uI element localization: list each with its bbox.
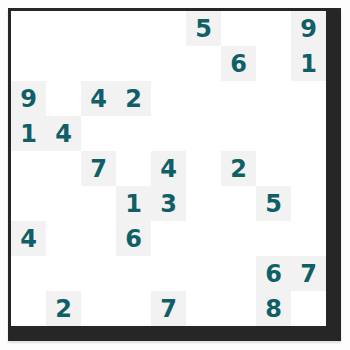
cell-r1c9[interactable]: 9 [291,11,326,47]
cell-r3c5[interactable] [151,81,187,119]
cell-r1c4[interactable] [116,11,152,47]
cell-r5c8[interactable] [256,151,292,187]
cell-r7c5[interactable] [151,221,187,257]
sudoku-page: 5961942147421354667278 [0,0,350,350]
cell-r7c2[interactable] [46,221,82,257]
cell-r6c3[interactable] [81,186,119,224]
cell-r5c9[interactable] [291,151,326,187]
cell-r2c6[interactable] [186,46,224,82]
cell-r9c1[interactable] [11,291,47,326]
cell-r5c6[interactable] [186,151,224,187]
cell-r4c4[interactable] [116,116,152,152]
cell-r4c5[interactable] [151,116,187,152]
cell-r3c1[interactable]: 9 [11,81,47,119]
cell-r2c3[interactable] [81,46,119,82]
cell-r6c4[interactable]: 1 [116,186,152,224]
cell-r7c9[interactable] [291,221,326,257]
cell-r7c8[interactable] [256,221,292,257]
sudoku-board: 5961942147421354667278 [8,8,341,341]
cell-r5c2[interactable] [46,151,82,187]
cell-r4c6[interactable] [186,116,224,152]
cell-r4c8[interactable] [256,116,292,152]
cell-r5c7[interactable]: 2 [221,151,257,187]
cell-r3c6[interactable] [186,81,224,119]
cell-r6c7[interactable] [221,186,257,224]
cell-r8c3[interactable] [81,256,119,292]
cell-r7c7[interactable] [221,221,257,257]
cell-r8c9[interactable]: 7 [291,256,326,292]
cell-r6c8[interactable]: 5 [256,186,292,224]
cell-r8c4[interactable] [116,256,152,292]
cell-r5c1[interactable] [11,151,47,187]
cell-r8c8[interactable]: 6 [256,256,292,292]
cell-r6c2[interactable] [46,186,82,224]
cell-r2c2[interactable] [46,46,82,82]
cell-r7c4[interactable]: 6 [116,221,152,257]
cell-r4c3[interactable] [81,116,119,152]
cell-r3c4[interactable]: 2 [116,81,152,119]
cell-r7c6[interactable] [186,221,224,257]
cell-r3c3[interactable]: 4 [81,81,119,119]
cell-r2c5[interactable] [151,46,187,82]
cell-r9c3[interactable] [81,291,119,326]
cell-r9c2[interactable]: 2 [46,291,82,326]
cell-r9c4[interactable] [116,291,152,326]
cell-r1c8[interactable] [256,11,292,47]
cell-r5c5[interactable]: 4 [151,151,187,187]
cell-r9c9[interactable] [291,291,326,326]
cell-r8c2[interactable] [46,256,82,292]
cell-r3c9[interactable] [291,81,326,119]
cell-r6c5[interactable]: 3 [151,186,187,224]
cell-r7c3[interactable] [81,221,119,257]
cell-r9c6[interactable] [186,291,224,326]
cell-r9c8[interactable]: 8 [256,291,292,326]
cell-r4c1[interactable]: 1 [11,116,47,152]
cell-r9c5[interactable]: 7 [151,291,187,326]
cell-r1c7[interactable] [221,11,257,47]
cell-r5c3[interactable]: 7 [81,151,119,187]
cell-r4c2[interactable]: 4 [46,116,82,152]
cell-r1c2[interactable] [46,11,82,47]
cell-r3c7[interactable] [221,81,257,119]
cell-r2c1[interactable] [11,46,47,82]
cell-r2c8[interactable] [256,46,292,82]
cell-r2c9[interactable]: 1 [291,46,326,82]
cell-r8c1[interactable] [11,256,47,292]
cell-r4c9[interactable] [291,116,326,152]
cell-r7c1[interactable]: 4 [11,221,47,257]
cell-r8c5[interactable] [151,256,187,292]
cell-r1c5[interactable] [151,11,187,47]
cell-r6c6[interactable] [186,186,224,224]
cell-r4c7[interactable] [221,116,257,152]
cell-r1c6[interactable]: 5 [186,11,224,47]
cell-r6c1[interactable] [11,186,47,224]
cell-r5c4[interactable] [116,151,152,187]
cell-r2c4[interactable] [116,46,152,82]
cell-r3c2[interactable] [46,81,82,119]
cell-r1c3[interactable] [81,11,119,47]
cell-r3c8[interactable] [256,81,292,119]
cell-r8c6[interactable] [186,256,224,292]
cell-r8c7[interactable] [221,256,257,292]
cell-r2c7[interactable]: 6 [221,46,257,82]
cell-r6c9[interactable] [291,186,326,224]
cell-r9c7[interactable] [221,291,257,326]
cell-r1c1[interactable] [11,11,47,47]
